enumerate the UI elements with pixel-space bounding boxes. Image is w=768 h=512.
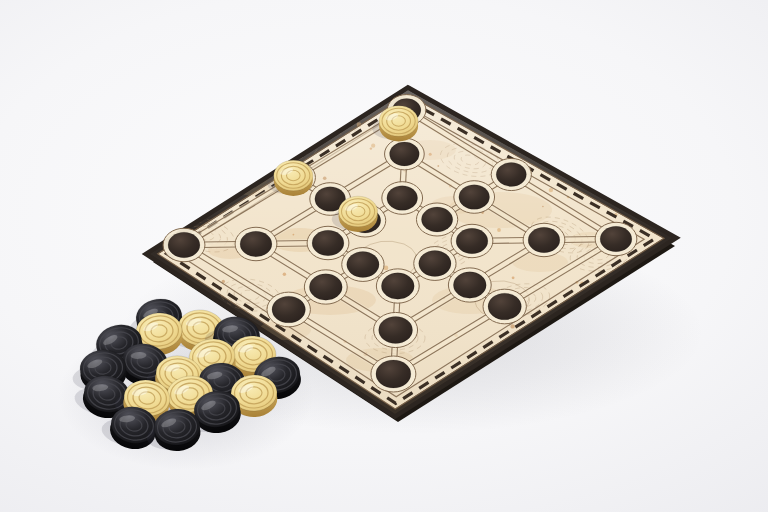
point-b6[interactable] [385,138,425,170]
point-d1[interactable] [267,292,310,327]
point-d7[interactable] [491,158,531,190]
point-b2[interactable] [235,227,277,260]
point-c5[interactable] [382,182,423,215]
point-c3[interactable] [307,226,349,259]
point-d5[interactable] [416,203,457,236]
point-d6[interactable] [454,181,495,214]
point-f2[interactable] [374,312,418,347]
point-e3[interactable] [376,269,419,303]
point-f6[interactable] [523,223,565,256]
point-g1[interactable] [371,356,416,392]
point-d2[interactable] [304,270,347,304]
point-e5[interactable] [451,224,493,257]
white-piece-a4[interactable] [267,160,313,196]
point-f4[interactable] [448,268,491,302]
morris-board [0,0,768,512]
point-a1[interactable] [163,228,205,262]
point-e4[interactable] [414,247,456,281]
point-g4[interactable] [483,289,526,324]
point-d3[interactable] [342,248,384,282]
point-g7[interactable] [595,222,637,255]
photo-scene [0,0,768,512]
